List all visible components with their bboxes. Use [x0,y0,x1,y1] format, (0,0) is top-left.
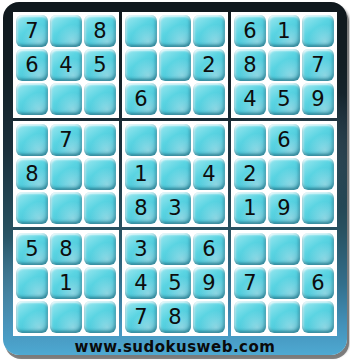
cell-r6c6[interactable] [193,192,225,224]
cell-r6c7[interactable]: 1 [234,192,266,224]
box-0: 78645 [13,12,119,118]
box-2: 6187459 [231,12,337,118]
cell-r8c6[interactable]: 9 [193,267,225,299]
cell-r2c9[interactable]: 7 [302,49,334,81]
cell-r3c4[interactable]: 6 [125,83,157,115]
cell-r6c5[interactable]: 3 [159,192,191,224]
cell-r4c3[interactable] [84,124,116,156]
cell-r5c1[interactable]: 8 [16,158,48,190]
cell-r8c5[interactable]: 5 [159,267,191,299]
box-8: 76 [231,230,337,336]
cell-r2c7[interactable]: 8 [234,49,266,81]
cell-r5c7[interactable]: 2 [234,158,266,190]
sudoku-board: 786452661874597814836219581364597876 [13,12,337,336]
cell-r6c9[interactable] [302,192,334,224]
cell-r1c6[interactable] [193,15,225,47]
cell-r8c2[interactable]: 1 [50,267,82,299]
cell-r3c2[interactable] [50,83,82,115]
cell-r4c8[interactable]: 6 [268,124,300,156]
cell-r7c7[interactable] [234,233,266,265]
cell-r8c4[interactable]: 4 [125,267,157,299]
cell-r5c5[interactable] [159,158,191,190]
cell-r6c1[interactable] [16,192,48,224]
cell-r5c6[interactable]: 4 [193,158,225,190]
cell-r4c6[interactable] [193,124,225,156]
box-1: 26 [122,12,228,118]
cell-r7c8[interactable] [268,233,300,265]
cell-r4c4[interactable] [125,124,157,156]
cell-r2c2[interactable]: 4 [50,49,82,81]
cell-r5c9[interactable] [302,158,334,190]
cell-r8c9[interactable]: 6 [302,267,334,299]
box-6: 581 [13,230,119,336]
cell-r1c1[interactable]: 7 [16,15,48,47]
cell-r9c4[interactable]: 7 [125,301,157,333]
cell-r1c4[interactable] [125,15,157,47]
cell-r7c4[interactable]: 3 [125,233,157,265]
cell-r9c6[interactable] [193,301,225,333]
cell-r2c1[interactable]: 6 [16,49,48,81]
cell-r9c5[interactable]: 8 [159,301,191,333]
box-7: 3645978 [122,230,228,336]
cell-r2c8[interactable] [268,49,300,81]
cell-r6c8[interactable]: 9 [268,192,300,224]
cell-r2c4[interactable] [125,49,157,81]
cell-r1c9[interactable] [302,15,334,47]
site-url: www.sudokusweb.com [13,336,337,357]
cell-r2c5[interactable] [159,49,191,81]
cell-r4c5[interactable] [159,124,191,156]
cell-r3c6[interactable] [193,83,225,115]
cell-r7c9[interactable] [302,233,334,265]
cell-r1c8[interactable]: 1 [268,15,300,47]
cell-r5c8[interactable] [268,158,300,190]
box-4: 1483 [122,121,228,227]
cell-r7c6[interactable]: 6 [193,233,225,265]
cell-r4c1[interactable] [16,124,48,156]
cell-r8c7[interactable]: 7 [234,267,266,299]
cell-r9c2[interactable] [50,301,82,333]
sudoku-app: 786452661874597814836219581364597876 www… [0,0,350,360]
cell-r7c3[interactable] [84,233,116,265]
cell-r1c7[interactable]: 6 [234,15,266,47]
cell-r4c9[interactable] [302,124,334,156]
box-5: 6219 [231,121,337,227]
cell-r9c7[interactable] [234,301,266,333]
cell-r8c1[interactable] [16,267,48,299]
cell-r9c8[interactable] [268,301,300,333]
cell-r6c4[interactable]: 8 [125,192,157,224]
cell-r1c2[interactable] [50,15,82,47]
cell-r5c3[interactable] [84,158,116,190]
cell-r3c9[interactable]: 9 [302,83,334,115]
box-3: 78 [13,121,119,227]
cell-r7c2[interactable]: 8 [50,233,82,265]
cell-r3c1[interactable] [16,83,48,115]
cell-r7c5[interactable] [159,233,191,265]
sudoku-board-frame: 786452661874597814836219581364597876 www… [3,2,347,355]
cell-r8c3[interactable] [84,267,116,299]
cell-r4c7[interactable] [234,124,266,156]
cell-r6c2[interactable] [50,192,82,224]
cell-r3c8[interactable]: 5 [268,83,300,115]
cell-r9c1[interactable] [16,301,48,333]
cell-r9c3[interactable] [84,301,116,333]
cell-r5c4[interactable]: 1 [125,158,157,190]
cell-r3c3[interactable] [84,83,116,115]
cell-r6c3[interactable] [84,192,116,224]
cell-r2c3[interactable]: 5 [84,49,116,81]
cell-r2c6[interactable]: 2 [193,49,225,81]
cell-r1c5[interactable] [159,15,191,47]
cell-r1c3[interactable]: 8 [84,15,116,47]
cell-r8c8[interactable] [268,267,300,299]
cell-r9c9[interactable] [302,301,334,333]
cell-r5c2[interactable] [50,158,82,190]
cell-r4c2[interactable]: 7 [50,124,82,156]
cell-r3c7[interactable]: 4 [234,83,266,115]
cell-r3c5[interactable] [159,83,191,115]
cell-r7c1[interactable]: 5 [16,233,48,265]
